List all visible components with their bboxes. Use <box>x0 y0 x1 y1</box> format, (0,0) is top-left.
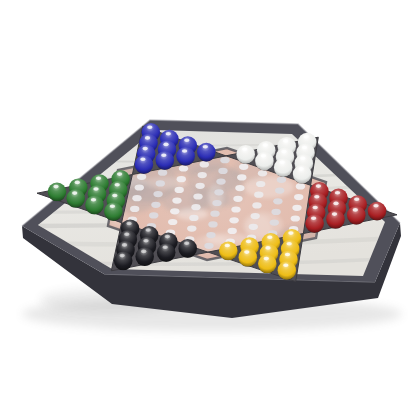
hole-c10-r6[interactable] <box>251 213 260 219</box>
marble-white[interactable] <box>274 158 293 177</box>
hole-c7-r1[interactable] <box>200 161 209 167</box>
specular-highlight <box>163 143 168 147</box>
specular-highlight <box>141 250 146 254</box>
specular-highlight <box>373 204 378 208</box>
specular-highlight <box>285 253 290 257</box>
marble-green[interactable] <box>66 189 85 208</box>
marble-white[interactable] <box>293 165 312 184</box>
hole-c12-r7[interactable] <box>291 215 300 221</box>
hole-c12-r6[interactable] <box>292 205 301 211</box>
specular-highlight <box>300 156 305 160</box>
marble-red[interactable] <box>326 210 345 229</box>
specular-highlight <box>313 206 318 210</box>
specular-highlight <box>184 241 189 245</box>
hole-c12-r5[interactable] <box>294 194 303 200</box>
specular-highlight <box>93 187 98 191</box>
hole-c11-r6[interactable] <box>271 209 280 215</box>
hole-c8-r7[interactable] <box>206 232 215 238</box>
hole-c5-r6[interactable] <box>151 202 160 208</box>
hole-c4-r4[interactable] <box>137 174 146 180</box>
marble-blue[interactable] <box>156 151 175 170</box>
specular-highlight <box>124 232 129 236</box>
marble-blue[interactable] <box>135 155 154 174</box>
specular-highlight <box>288 231 293 235</box>
marble-green[interactable] <box>48 183 67 202</box>
specular-highlight <box>242 147 247 151</box>
hole-c7-r4[interactable] <box>193 193 202 199</box>
specular-highlight <box>283 139 288 143</box>
marble-blue[interactable] <box>197 143 216 162</box>
hole-c11-r3[interactable] <box>277 177 286 183</box>
hole-c8-r8[interactable] <box>204 243 213 249</box>
marble-white[interactable] <box>236 145 255 164</box>
hole-c7-r3[interactable] <box>195 183 204 189</box>
specular-highlight <box>263 143 268 147</box>
specular-highlight <box>110 205 115 209</box>
hole-c5-r4[interactable] <box>156 180 165 186</box>
specular-highlight <box>354 198 359 202</box>
specular-highlight <box>265 246 270 250</box>
hole-c9-r5[interactable] <box>231 206 240 212</box>
specular-highlight <box>143 147 148 151</box>
hole-c6-r6[interactable] <box>170 208 179 214</box>
specular-highlight <box>117 172 122 176</box>
hole-c9-r2[interactable] <box>237 174 246 180</box>
hole-c9-r1[interactable] <box>239 164 248 170</box>
specular-highlight <box>72 191 77 195</box>
specular-highlight <box>120 254 125 258</box>
hole-c8-r0[interactable] <box>220 157 229 163</box>
marble-red[interactable] <box>305 214 324 233</box>
hole-c8-r4[interactable] <box>212 200 221 206</box>
specular-highlight <box>316 184 321 188</box>
specular-highlight <box>122 243 127 247</box>
specular-highlight <box>126 222 131 226</box>
hole-c4-r5[interactable] <box>135 184 144 190</box>
hole-c7-r6[interactable] <box>189 215 198 221</box>
hole-c10-r2[interactable] <box>258 170 267 176</box>
specular-highlight <box>146 228 151 232</box>
specular-highlight <box>311 217 316 221</box>
hole-c6-r7[interactable] <box>168 219 177 225</box>
specular-highlight <box>140 158 145 162</box>
hole-c9-r4[interactable] <box>233 196 242 202</box>
marble-black[interactable] <box>114 251 133 270</box>
specular-highlight <box>115 183 120 187</box>
hole-c7-r5[interactable] <box>191 204 200 210</box>
specular-highlight <box>182 149 187 153</box>
specular-highlight <box>335 191 340 195</box>
specular-highlight <box>165 235 170 239</box>
hole-c11-r5[interactable] <box>273 198 282 204</box>
specular-highlight <box>147 125 152 129</box>
specular-highlight <box>264 257 269 261</box>
specular-highlight <box>112 194 117 198</box>
specular-highlight <box>333 202 338 206</box>
hole-c10-r5[interactable] <box>252 202 261 208</box>
specular-highlight <box>302 146 307 150</box>
specular-highlight <box>246 240 251 244</box>
specular-highlight <box>314 195 319 199</box>
specular-highlight <box>267 235 272 239</box>
specular-highlight <box>96 177 101 181</box>
chinese-checkers-board <box>0 0 416 416</box>
hole-c6-r4[interactable] <box>175 187 184 193</box>
marble-blue[interactable] <box>176 147 195 166</box>
marble-yellow[interactable] <box>219 242 238 261</box>
specular-highlight <box>281 150 286 154</box>
specular-highlight <box>161 153 166 157</box>
specular-highlight <box>203 145 208 149</box>
specular-highlight <box>304 135 309 139</box>
hole-c11-r4[interactable] <box>275 188 284 194</box>
hole-c4-r7[interactable] <box>130 206 139 212</box>
specular-highlight <box>163 246 168 250</box>
marble-white[interactable] <box>255 152 274 171</box>
hole-c4-r6[interactable] <box>132 195 141 201</box>
hole-c8-r5[interactable] <box>210 211 219 217</box>
marble-red[interactable] <box>347 206 366 225</box>
hole-c8-r1[interactable] <box>218 168 227 174</box>
hole-c6-r2[interactable] <box>179 165 188 171</box>
hole-c9-r7[interactable] <box>228 228 237 234</box>
hole-c10-r3[interactable] <box>256 181 265 187</box>
hole-c5-r7[interactable] <box>149 212 158 218</box>
hole-c6-r5[interactable] <box>172 198 181 204</box>
hole-c10-r7[interactable] <box>249 224 258 230</box>
hole-c7-r7[interactable] <box>187 226 196 232</box>
hole-c7-r2[interactable] <box>198 172 207 178</box>
hole-c8-r6[interactable] <box>208 221 217 227</box>
hole-c8-r3[interactable] <box>214 189 223 195</box>
hole-c12-r4[interactable] <box>296 183 305 189</box>
specular-highlight <box>261 154 266 158</box>
marble-black[interactable] <box>135 247 154 266</box>
specular-highlight <box>75 181 80 185</box>
hole-c5-r5[interactable] <box>153 191 162 197</box>
marble-yellow[interactable] <box>239 248 258 267</box>
specular-highlight <box>283 263 288 267</box>
specular-highlight <box>166 132 171 136</box>
specular-highlight <box>332 212 337 216</box>
product-photo-scene <box>0 0 416 416</box>
specular-highlight <box>287 242 292 246</box>
specular-highlight <box>184 139 189 143</box>
specular-highlight <box>91 198 96 202</box>
hole-c9-r3[interactable] <box>235 185 244 191</box>
marble-red[interactable] <box>368 202 387 221</box>
marble-green[interactable] <box>104 202 123 221</box>
specular-highlight <box>298 167 303 171</box>
marble-green[interactable] <box>85 196 104 215</box>
hole-c11-r7[interactable] <box>270 220 279 226</box>
hole-c10-r4[interactable] <box>254 192 263 198</box>
hole-c9-r6[interactable] <box>229 217 238 223</box>
hole-c6-r3[interactable] <box>177 176 186 182</box>
marble-yellow[interactable] <box>278 261 297 280</box>
specular-highlight <box>353 208 358 212</box>
specular-highlight <box>145 136 150 140</box>
marble-black[interactable] <box>178 239 197 258</box>
specular-highlight <box>53 185 58 189</box>
hole-c5-r3[interactable] <box>158 170 167 176</box>
marble-black[interactable] <box>157 243 176 262</box>
hole-c8-r2[interactable] <box>216 179 225 185</box>
specular-highlight <box>280 161 285 165</box>
specular-highlight <box>225 244 230 248</box>
specular-highlight <box>143 239 148 243</box>
marble-yellow[interactable] <box>258 254 277 273</box>
specular-highlight <box>244 250 249 254</box>
